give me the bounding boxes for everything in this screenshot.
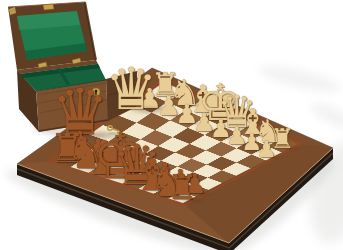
- piece-light-pawn-a2[interactable]: ♟: [256, 138, 277, 161]
- piece-dark-rook-a8[interactable]: ♜: [167, 171, 197, 205]
- brass-lid-latch: [43, 4, 54, 10]
- chess-set-product-photo: ♜♞♝♛♚♝♞♜♟♟♟♟♟♟♟♟♟♟♟♟♟♟♟♟♜♞♝♛♚♝♞♜♛♛: [0, 0, 343, 250]
- piece-light-queen-spare[interactable]: ♛: [105, 60, 157, 118]
